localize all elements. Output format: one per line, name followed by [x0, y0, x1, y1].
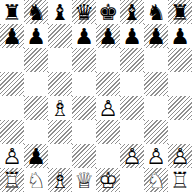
piece-white-pawn[interactable]: ♟♙: [0, 144, 24, 168]
white-knight-glyph: ♘: [144, 168, 168, 192]
black-knight-glyph: ♞: [24, 0, 48, 24]
square-f5[interactable]: [120, 72, 144, 96]
square-c8[interactable]: ♝: [48, 0, 72, 24]
white-bishop-glyph: ♗: [48, 96, 72, 120]
piece-white-pawn[interactable]: ♟♙: [120, 144, 144, 168]
piece-white-pawn[interactable]: ♟♙: [96, 96, 120, 120]
square-a5[interactable]: [0, 72, 24, 96]
white-rook-glyph: ♖: [168, 168, 192, 192]
square-g1[interactable]: ♞♘: [144, 168, 168, 192]
square-h7[interactable]: ♟: [168, 24, 192, 48]
square-f2[interactable]: ♟♙: [120, 144, 144, 168]
white-rook-glyph: ♖: [0, 168, 24, 192]
square-b6[interactable]: [24, 48, 48, 72]
square-f3[interactable]: [120, 120, 144, 144]
piece-black-king[interactable]: ♚: [96, 0, 120, 24]
square-c3[interactable]: [48, 120, 72, 144]
white-bishop-glyph: ♗: [48, 168, 72, 192]
square-d7[interactable]: ♟: [72, 24, 96, 48]
square-g7[interactable]: ♟: [144, 24, 168, 48]
square-e5[interactable]: [96, 72, 120, 96]
square-e4[interactable]: ♟♙: [96, 96, 120, 120]
square-g2[interactable]: ♟♙: [144, 144, 168, 168]
piece-white-queen[interactable]: ♛♕: [72, 168, 96, 192]
square-e7[interactable]: ♟: [96, 24, 120, 48]
square-e3[interactable]: [96, 120, 120, 144]
square-a1[interactable]: ♜♖: [0, 168, 24, 192]
piece-white-pawn[interactable]: ♟♙: [144, 144, 168, 168]
piece-black-queen[interactable]: ♛: [72, 0, 96, 24]
square-b2[interactable]: ♟: [24, 144, 48, 168]
square-c4[interactable]: ♝♗: [48, 96, 72, 120]
black-pawn-glyph: ♟: [24, 144, 48, 168]
square-a4[interactable]: [0, 96, 24, 120]
piece-white-knight[interactable]: ♞♘: [24, 168, 48, 192]
square-f4[interactable]: [120, 96, 144, 120]
white-pawn-glyph: ♙: [144, 144, 168, 168]
square-g5[interactable]: [144, 72, 168, 96]
piece-black-pawn[interactable]: ♟: [24, 24, 48, 48]
square-g3[interactable]: [144, 120, 168, 144]
square-f1[interactable]: [120, 168, 144, 192]
chess-board: ♜♞♝♛♚♝♞♜♟♟♟♟♟♟♟♝♗♟♙♟♙♟♟♙♟♙♟♙♜♖♞♘♝♗♛♕♚♔♞♘…: [0, 0, 192, 192]
square-c2[interactable]: [48, 144, 72, 168]
white-pawn-glyph: ♙: [96, 96, 120, 120]
piece-white-bishop[interactable]: ♝♗: [48, 168, 72, 192]
square-b1[interactable]: ♞♘: [24, 168, 48, 192]
piece-black-bishop[interactable]: ♝: [120, 0, 144, 24]
piece-black-pawn[interactable]: ♟: [144, 24, 168, 48]
black-knight-glyph: ♞: [144, 0, 168, 24]
piece-black-rook[interactable]: ♜: [168, 0, 192, 24]
piece-white-rook[interactable]: ♜♖: [0, 168, 24, 192]
square-c7[interactable]: [48, 24, 72, 48]
square-g4[interactable]: [144, 96, 168, 120]
black-pawn-glyph: ♟: [0, 24, 24, 48]
piece-black-pawn[interactable]: ♟: [168, 24, 192, 48]
square-c5[interactable]: [48, 72, 72, 96]
square-h2[interactable]: ♟♙: [168, 144, 192, 168]
piece-black-pawn[interactable]: ♟: [72, 24, 96, 48]
square-b3[interactable]: [24, 120, 48, 144]
square-h4[interactable]: [168, 96, 192, 120]
black-queen-glyph: ♛: [72, 0, 96, 24]
square-d1[interactable]: ♛♕: [72, 168, 96, 192]
piece-black-pawn[interactable]: ♟: [0, 24, 24, 48]
white-queen-glyph: ♕: [72, 168, 96, 192]
white-pawn-glyph: ♙: [168, 144, 192, 168]
square-d2[interactable]: [72, 144, 96, 168]
black-pawn-glyph: ♟: [24, 24, 48, 48]
square-f8[interactable]: ♝: [120, 0, 144, 24]
square-e1[interactable]: ♚♔: [96, 168, 120, 192]
square-a6[interactable]: [0, 48, 24, 72]
piece-white-rook[interactable]: ♜♖: [168, 168, 192, 192]
piece-black-knight[interactable]: ♞: [144, 0, 168, 24]
square-h8[interactable]: ♜: [168, 0, 192, 24]
white-pawn-glyph: ♙: [0, 144, 24, 168]
black-pawn-glyph: ♟: [144, 24, 168, 48]
white-pawn-glyph: ♙: [120, 144, 144, 168]
square-d3[interactable]: [72, 120, 96, 144]
piece-white-bishop[interactable]: ♝♗: [48, 96, 72, 120]
black-bishop-glyph: ♝: [120, 0, 144, 24]
square-a7[interactable]: ♟: [0, 24, 24, 48]
black-rook-glyph: ♜: [0, 0, 24, 24]
piece-black-rook[interactable]: ♜: [0, 0, 24, 24]
white-king-glyph: ♔: [96, 168, 120, 192]
piece-white-king[interactable]: ♚♔: [96, 168, 120, 192]
square-e8[interactable]: ♚: [96, 0, 120, 24]
square-h1[interactable]: ♜♖: [168, 168, 192, 192]
black-pawn-glyph: ♟: [72, 24, 96, 48]
square-a3[interactable]: [0, 120, 24, 144]
square-d5[interactable]: [72, 72, 96, 96]
square-h3[interactable]: [168, 120, 192, 144]
chess-diagram: ♜♞♝♛♚♝♞♜♟♟♟♟♟♟♟♝♗♟♙♟♙♟♟♙♟♙♟♙♜♖♞♘♝♗♛♕♚♔♞♘…: [0, 0, 192, 192]
black-bishop-glyph: ♝: [48, 0, 72, 24]
square-g8[interactable]: ♞: [144, 0, 168, 24]
piece-black-pawn[interactable]: ♟: [96, 24, 120, 48]
square-f7[interactable]: ♟: [120, 24, 144, 48]
white-knight-glyph: ♘: [24, 168, 48, 192]
square-a2[interactable]: ♟♙: [0, 144, 24, 168]
square-c6[interactable]: [48, 48, 72, 72]
black-pawn-glyph: ♟: [168, 24, 192, 48]
square-c1[interactable]: ♝♗: [48, 168, 72, 192]
piece-black-pawn[interactable]: ♟: [120, 24, 144, 48]
square-d4[interactable]: [72, 96, 96, 120]
piece-black-knight[interactable]: ♞: [24, 0, 48, 24]
black-pawn-glyph: ♟: [120, 24, 144, 48]
piece-white-pawn[interactable]: ♟♙: [168, 144, 192, 168]
square-d8[interactable]: ♛: [72, 0, 96, 24]
piece-black-bishop[interactable]: ♝: [48, 0, 72, 24]
square-h6[interactable]: [168, 48, 192, 72]
square-e2[interactable]: [96, 144, 120, 168]
piece-white-knight[interactable]: ♞♘: [144, 168, 168, 192]
square-d6[interactable]: [72, 48, 96, 72]
square-a8[interactable]: ♜: [0, 0, 24, 24]
square-e6[interactable]: [96, 48, 120, 72]
square-b5[interactable]: [24, 72, 48, 96]
square-h5[interactable]: [168, 72, 192, 96]
black-pawn-glyph: ♟: [96, 24, 120, 48]
square-g6[interactable]: [144, 48, 168, 72]
square-b4[interactable]: [24, 96, 48, 120]
square-b8[interactable]: ♞: [24, 0, 48, 24]
square-b7[interactable]: ♟: [24, 24, 48, 48]
black-king-glyph: ♚: [96, 0, 120, 24]
black-rook-glyph: ♜: [168, 0, 192, 24]
piece-black-pawn[interactable]: ♟: [24, 144, 48, 168]
square-f6[interactable]: [120, 48, 144, 72]
